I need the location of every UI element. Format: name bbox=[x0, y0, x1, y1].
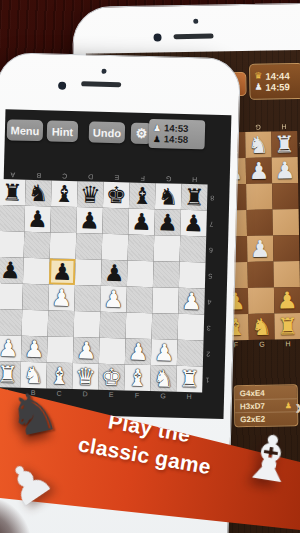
square-g4[interactable]: ♟ bbox=[247, 236, 273, 262]
gear-icon: ⚙ bbox=[135, 126, 147, 141]
square-g7[interactable]: ♟ bbox=[154, 209, 181, 236]
coord-label: 1 bbox=[203, 366, 212, 392]
square-c7[interactable] bbox=[50, 206, 77, 233]
black-knight-piece: ♞ bbox=[155, 183, 182, 210]
coord-label: 3 bbox=[205, 315, 214, 341]
square-g8[interactable]: ♞ bbox=[155, 183, 182, 210]
coord-label: C bbox=[52, 171, 78, 180]
coord-label: 5 bbox=[206, 263, 215, 289]
decorative-white-bishop-piece: ♝ bbox=[237, 424, 300, 494]
speaker-slot bbox=[81, 81, 121, 87]
move-row: H3xD7 ♟ bbox=[235, 399, 297, 413]
black-knight-piece: ♞ bbox=[25, 180, 52, 207]
gold-time: 14:44 bbox=[265, 70, 290, 82]
coord-label: E bbox=[104, 173, 130, 182]
square-h4[interactable] bbox=[273, 235, 299, 261]
coord-label: 6 bbox=[298, 183, 300, 209]
square-h1[interactable]: ♜ bbox=[176, 366, 203, 393]
square-d5[interactable] bbox=[75, 259, 102, 286]
white-pawn-piece: ♟ bbox=[0, 335, 22, 362]
coord-label: G bbox=[150, 392, 176, 401]
square-b5[interactable] bbox=[23, 258, 50, 285]
black-pawn-piece: ♟ bbox=[154, 209, 181, 236]
white-pawn-piece: ♟ bbox=[21, 336, 48, 363]
white-pawn-piece: ♟ bbox=[178, 288, 205, 315]
square-e6[interactable] bbox=[102, 234, 129, 261]
square-e3[interactable] bbox=[100, 312, 127, 339]
coord-label: 5 bbox=[299, 209, 300, 235]
silver-pawn-piece: ♟ bbox=[247, 236, 273, 262]
camera-icon bbox=[153, 33, 161, 41]
silver-pawn-piece: ♟ bbox=[246, 158, 272, 184]
game-clock: ♛ 14:44 ♟ 14:59 bbox=[249, 63, 300, 100]
square-b7[interactable]: ♟ bbox=[24, 206, 51, 233]
black-pawn-piece: ♟ bbox=[128, 208, 155, 235]
coord-label: A bbox=[0, 170, 26, 179]
square-c6[interactable] bbox=[50, 232, 77, 259]
square-b8[interactable]: ♞ bbox=[25, 180, 52, 207]
square-b2[interactable]: ♟ bbox=[21, 336, 48, 363]
coord-label: H bbox=[182, 175, 208, 184]
square-a4[interactable] bbox=[0, 283, 23, 310]
square-h6[interactable] bbox=[272, 183, 298, 209]
undo-label: Undo bbox=[93, 126, 121, 139]
front-phone-screen: Menu Hint Undo ⚙ ♟ 14:53 ♟ 14:58 bbox=[0, 109, 231, 419]
square-f8[interactable]: ♝ bbox=[129, 182, 156, 209]
coord-label: F bbox=[130, 173, 156, 182]
square-g3[interactable] bbox=[247, 262, 273, 288]
silver-time: 14:59 bbox=[265, 81, 290, 93]
gold-knight-piece: ♞ bbox=[248, 314, 274, 340]
coord-label: B bbox=[26, 171, 52, 180]
coord-label: D bbox=[72, 390, 98, 399]
square-h3[interactable] bbox=[178, 314, 205, 341]
square-d2[interactable]: ♟ bbox=[73, 337, 100, 364]
square-c4[interactable]: ♟ bbox=[48, 284, 75, 311]
chess-board[interactable]: ♜♞♝♛♚♝♞♜♟♟♟♟♟♟♟♟♟♟♟♟♟♟♟♟♜♞♝♛♚♝♞♜ bbox=[0, 179, 208, 392]
black-pawn-piece: ♟ bbox=[49, 258, 76, 285]
move-text: G4xE4 bbox=[240, 388, 265, 397]
black-pawn-piece: ♟ bbox=[0, 257, 24, 284]
white-pawn-piece: ♟ bbox=[151, 339, 178, 366]
silver-clock-row: ♟ 14:59 bbox=[254, 81, 298, 93]
menu-label: Menu bbox=[10, 124, 39, 137]
gold-piece-icon: ♛ bbox=[254, 71, 262, 82]
white-pawn-piece: ♟ bbox=[73, 337, 100, 364]
black-time: 14:58 bbox=[164, 134, 189, 146]
gold-pawn-icon: ♟ bbox=[285, 401, 292, 410]
coord-label: G bbox=[156, 174, 182, 183]
chevron-right-icon[interactable]: › bbox=[295, 396, 300, 418]
square-h4[interactable]: ♟ bbox=[178, 288, 205, 315]
square-h6[interactable] bbox=[180, 236, 207, 263]
square-h2[interactable]: ♟ bbox=[274, 287, 300, 313]
square-d1[interactable]: ♛ bbox=[72, 363, 99, 390]
coord-label: 4 bbox=[299, 235, 300, 261]
square-d6[interactable] bbox=[76, 233, 103, 260]
square-a5[interactable]: ♟ bbox=[0, 257, 24, 284]
square-c2[interactable] bbox=[47, 336, 74, 363]
move-text: H3xD7 bbox=[240, 401, 265, 410]
undo-button[interactable]: Undo bbox=[89, 121, 126, 143]
coord-label: 6 bbox=[207, 237, 216, 263]
black-bishop-piece: ♝ bbox=[51, 180, 78, 207]
square-f4[interactable] bbox=[126, 286, 153, 313]
coord-label: D bbox=[78, 172, 104, 181]
black-rook-piece: ♜ bbox=[181, 184, 208, 211]
square-h7[interactable]: ♟ bbox=[272, 157, 298, 183]
white-pawn-piece: ♟ bbox=[100, 286, 127, 313]
square-h1[interactable]: ♜ bbox=[274, 313, 300, 339]
game-clock: ♟ 14:53 ♟ 14:58 bbox=[149, 119, 206, 149]
square-a3[interactable] bbox=[0, 309, 22, 336]
black-pawn-piece: ♟ bbox=[101, 260, 128, 287]
square-e1[interactable]: ♚ bbox=[98, 364, 125, 391]
move-row: G4xE4 bbox=[235, 386, 297, 400]
square-d7[interactable]: ♟ bbox=[76, 207, 103, 234]
silver-piece-icon: ♟ bbox=[254, 82, 262, 93]
square-h8[interactable]: ♜ bbox=[271, 131, 297, 157]
coord-label: E bbox=[98, 391, 124, 400]
square-g1[interactable]: ♞ bbox=[150, 365, 177, 392]
white-queen-piece: ♛ bbox=[72, 363, 99, 390]
coord-label: 8 bbox=[297, 131, 300, 157]
square-f7[interactable]: ♟ bbox=[128, 208, 155, 235]
square-c3[interactable] bbox=[48, 310, 75, 337]
square-f5[interactable] bbox=[127, 260, 154, 287]
square-g6[interactable] bbox=[246, 184, 272, 210]
square-e2[interactable] bbox=[99, 338, 126, 365]
white-pawn-piece: ♟ bbox=[125, 338, 152, 365]
black-pawn-piece: ♟ bbox=[180, 210, 207, 237]
square-f1[interactable]: ♝ bbox=[124, 364, 151, 391]
white-bishop-piece: ♝ bbox=[124, 364, 151, 391]
square-g2[interactable] bbox=[248, 288, 274, 314]
square-e5[interactable]: ♟ bbox=[101, 260, 128, 287]
hint-button[interactable]: Hint bbox=[47, 120, 79, 142]
coord-label: G bbox=[249, 341, 275, 349]
gold-pawn-piece: ♟ bbox=[274, 287, 300, 313]
square-h7[interactable]: ♟ bbox=[180, 210, 207, 237]
square-e4[interactable]: ♟ bbox=[100, 286, 127, 313]
black-piece-icon: ♟ bbox=[153, 134, 161, 145]
square-e8[interactable]: ♚ bbox=[103, 182, 130, 209]
black-bishop-piece: ♝ bbox=[129, 182, 156, 209]
square-a8[interactable]: ♜ bbox=[0, 179, 26, 206]
black-clock-row: ♟ 14:58 bbox=[153, 134, 201, 146]
black-king-piece: ♚ bbox=[103, 182, 130, 209]
square-c5[interactable]: ♟ bbox=[49, 258, 76, 285]
black-rook-piece: ♜ bbox=[0, 179, 26, 206]
square-a7[interactable] bbox=[0, 205, 25, 232]
square-d3[interactable] bbox=[74, 311, 101, 338]
square-g5[interactable] bbox=[153, 261, 180, 288]
speaker-slot bbox=[173, 34, 213, 40]
square-a6[interactable] bbox=[0, 231, 24, 258]
square-f6[interactable] bbox=[128, 234, 155, 261]
black-queen-piece: ♛ bbox=[77, 181, 104, 208]
square-b6[interactable] bbox=[24, 232, 51, 259]
white-piece-icon: ♟ bbox=[153, 123, 161, 134]
coord-label: 4 bbox=[205, 289, 214, 315]
coord-label: H bbox=[176, 393, 202, 402]
coord-label: F bbox=[124, 391, 150, 400]
black-pawn-piece: ♟ bbox=[24, 206, 51, 233]
square-b4[interactable] bbox=[22, 284, 49, 311]
black-pawn-piece: ♟ bbox=[76, 207, 103, 234]
coord-label: G bbox=[245, 123, 271, 131]
coord-label: H bbox=[275, 340, 300, 348]
coord-label: 2 bbox=[204, 341, 213, 367]
square-g3[interactable] bbox=[152, 313, 179, 340]
sensor-icon bbox=[193, 19, 198, 24]
coord-label: 7 bbox=[207, 211, 216, 237]
square-g7[interactable]: ♟ bbox=[246, 158, 272, 184]
gold-rook-piece: ♜ bbox=[274, 313, 300, 339]
hint-label: Hint bbox=[52, 125, 74, 138]
silver-pawn-piece: ♟ bbox=[272, 157, 298, 183]
square-g4[interactable] bbox=[152, 287, 179, 314]
silver-knight-piece: ♞ bbox=[245, 132, 271, 158]
square-c8[interactable]: ♝ bbox=[51, 180, 78, 207]
coord-label: H bbox=[271, 122, 297, 130]
square-b3[interactable] bbox=[22, 310, 49, 337]
menu-button[interactable]: Menu bbox=[7, 119, 44, 141]
white-king-piece: ♚ bbox=[98, 364, 125, 391]
white-pawn-piece: ♟ bbox=[48, 284, 75, 311]
square-g6[interactable] bbox=[154, 235, 181, 262]
square-h3[interactable] bbox=[273, 261, 299, 287]
white-rook-piece: ♜ bbox=[176, 366, 203, 393]
coord-label: 3 bbox=[299, 261, 300, 287]
square-f2[interactable]: ♟ bbox=[125, 338, 152, 365]
square-g8[interactable]: ♞ bbox=[245, 132, 271, 158]
square-g1[interactable]: ♞ bbox=[248, 314, 274, 340]
gold-clock-row: ♛ 14:44 bbox=[254, 70, 298, 82]
square-d8[interactable]: ♛ bbox=[77, 181, 104, 208]
square-g5[interactable] bbox=[247, 210, 273, 236]
square-f3[interactable] bbox=[126, 312, 153, 339]
square-h8[interactable]: ♜ bbox=[181, 184, 208, 211]
sensor-icon bbox=[101, 69, 106, 74]
square-g2[interactable]: ♟ bbox=[151, 339, 178, 366]
silver-rook-piece: ♜ bbox=[271, 131, 297, 157]
app-store-screenshot: ⚙ ♛ 14:44 ♟ 14:59 ABCDEFGH ♝♞♜♟♟♟♟♟♟♝♞♜ … bbox=[0, 0, 300, 533]
coord-label: 8 bbox=[208, 185, 217, 211]
square-d4[interactable] bbox=[74, 285, 101, 312]
square-a2[interactable]: ♟ bbox=[0, 335, 22, 362]
square-h5[interactable] bbox=[273, 209, 299, 235]
square-h5[interactable] bbox=[179, 262, 206, 289]
square-h2[interactable] bbox=[177, 340, 204, 367]
white-knight-piece: ♞ bbox=[150, 365, 177, 392]
square-e7[interactable] bbox=[102, 208, 129, 235]
camera-icon bbox=[58, 82, 66, 90]
coord-label: 7 bbox=[298, 157, 300, 183]
